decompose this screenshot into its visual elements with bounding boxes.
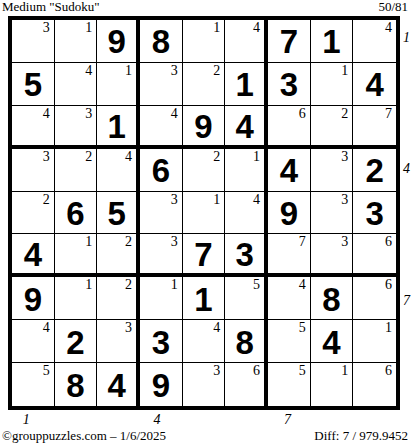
pencil-mark: 7 <box>385 106 392 122</box>
cell-r6c1[interactable]: 4 <box>12 234 55 277</box>
cell-r1c5[interactable]: 1 <box>183 20 226 63</box>
cell-r1c6[interactable]: 4 <box>225 20 268 63</box>
cell-r3c1[interactable]: 4 <box>12 106 55 149</box>
big-digit: 4 <box>365 66 383 101</box>
pencil-mark: 6 <box>385 363 392 379</box>
puzzle-title: Medium "Sudoku" <box>2 0 100 14</box>
big-digit: 3 <box>280 66 298 101</box>
cell-r2c4[interactable]: 3 <box>140 63 183 106</box>
pencil-mark: 1 <box>85 234 92 250</box>
big-digit: 5 <box>107 195 125 230</box>
pencil-mark: 1 <box>341 363 348 379</box>
big-digit: 1 <box>107 108 125 143</box>
col-label-4: 4 <box>153 412 160 428</box>
pencil-mark: 3 <box>171 234 178 250</box>
big-digit: 4 <box>107 367 125 402</box>
cell-r8c2[interactable]: 2 <box>55 320 98 363</box>
cell-r8c7[interactable]: 5 <box>268 320 311 363</box>
pencil-mark: 4 <box>85 63 92 79</box>
progress-counter: 50/81 <box>378 0 408 14</box>
pencil-mark: 1 <box>171 277 178 293</box>
pencil-mark: 1 <box>213 20 220 36</box>
pencil-mark: 4 <box>43 320 50 336</box>
pencil-mark: 7 <box>299 234 306 250</box>
row-label-4: 4 <box>403 161 410 177</box>
cell-r7c6[interactable]: 5 <box>225 277 268 320</box>
cell-r1c1[interactable]: 3 <box>12 20 55 63</box>
pencil-mark: 3 <box>85 106 92 122</box>
cell-r3c3[interactable]: 1 <box>97 106 140 149</box>
big-digit: 2 <box>365 152 383 187</box>
pencil-mark: 4 <box>253 192 260 208</box>
cell-r5c3[interactable]: 5 <box>97 192 140 235</box>
cell-r9c4[interactable]: 9 <box>140 363 183 406</box>
cell-r7c2[interactable]: 1 <box>55 277 98 320</box>
cell-r2c9[interactable]: 4 <box>353 63 396 106</box>
cell-r6c6[interactable]: 3 <box>225 234 268 277</box>
pencil-mark: 4 <box>43 106 50 122</box>
pencil-mark: 2 <box>213 149 220 165</box>
big-digit: 3 <box>365 195 383 230</box>
pencil-mark: 2 <box>213 63 220 79</box>
cell-r4c3[interactable]: 4 <box>97 149 140 192</box>
cell-r2c7[interactable]: 3 <box>268 63 311 106</box>
pencil-mark: 2 <box>85 149 92 165</box>
cell-r8c4[interactable]: 3 <box>140 320 183 363</box>
cell-r3c2[interactable]: 3 <box>55 106 98 149</box>
pencil-mark: 6 <box>385 234 392 250</box>
cell-r5c4[interactable]: 3 <box>140 192 183 235</box>
cell-r6c9[interactable]: 6 <box>353 234 396 277</box>
cell-r8c6[interactable]: 8 <box>225 320 268 363</box>
pencil-mark: 2 <box>125 277 132 293</box>
pencil-mark: 2 <box>125 234 132 250</box>
big-digit: 5 <box>24 66 42 101</box>
cell-r9c8[interactable]: 1 <box>311 363 354 406</box>
cell-r8c8[interactable]: 4 <box>311 320 354 363</box>
cell-r4c4[interactable]: 6 <box>140 149 183 192</box>
col-label-1: 1 <box>23 412 30 428</box>
cell-r5c9[interactable]: 3 <box>353 192 396 235</box>
cell-r9c9[interactable]: 6 <box>353 363 396 406</box>
cell-r2c5[interactable]: 2 <box>183 63 226 106</box>
cell-r5c1[interactable]: 2 <box>12 192 55 235</box>
difficulty-rating: Diff: 7 / 979.9452 <box>314 428 408 443</box>
cell-r9c3[interactable]: 4 <box>97 363 140 406</box>
big-digit: 9 <box>107 23 125 58</box>
big-digit: 2 <box>66 324 84 359</box>
pencil-mark: 2 <box>341 106 348 122</box>
cell-r7c4[interactable]: 1 <box>140 277 183 320</box>
cell-r9c6[interactable]: 6 <box>225 363 268 406</box>
cell-r3c5[interactable]: 9 <box>183 106 226 149</box>
cell-r7c1[interactable]: 9 <box>12 277 55 320</box>
pencil-mark: 4 <box>125 149 132 165</box>
big-digit: 8 <box>152 23 170 58</box>
pencil-mark: 4 <box>385 20 392 36</box>
pencil-mark: 4 <box>253 20 260 36</box>
big-digit: 4 <box>235 108 253 143</box>
cell-r1c3[interactable]: 9 <box>97 20 140 63</box>
cell-r9c2[interactable]: 8 <box>55 363 98 406</box>
cell-r6c5[interactable]: 7 <box>183 234 226 277</box>
cell-r2c2[interactable]: 4 <box>55 63 98 106</box>
cell-r7c3[interactable]: 2 <box>97 277 140 320</box>
pencil-mark: 3 <box>125 320 132 336</box>
big-digit: 9 <box>194 108 212 143</box>
cell-r5c6[interactable]: 4 <box>225 192 268 235</box>
cell-r9c5[interactable]: 3 <box>183 363 226 406</box>
pencil-mark: 3 <box>341 234 348 250</box>
big-digit: 8 <box>322 281 340 316</box>
pencil-mark: 2 <box>43 192 50 208</box>
cell-r3c8[interactable]: 2 <box>311 106 354 149</box>
cell-r8c9[interactable]: 1 <box>353 320 396 363</box>
big-digit: 6 <box>152 152 170 187</box>
cell-r4c1[interactable]: 3 <box>12 149 55 192</box>
big-digit: 9 <box>280 195 298 230</box>
cell-r9c1[interactable]: 5 <box>12 363 55 406</box>
pencil-mark: 6 <box>299 106 306 122</box>
cell-r5c5[interactable]: 1 <box>183 192 226 235</box>
cell-r5c2[interactable]: 6 <box>55 192 98 235</box>
big-digit: 9 <box>24 281 42 316</box>
pencil-mark: 5 <box>43 363 50 379</box>
pencil-mark: 1 <box>253 149 260 165</box>
pencil-mark: 3 <box>43 149 50 165</box>
cell-r4c6[interactable]: 1 <box>225 149 268 192</box>
cell-r1c9[interactable]: 4 <box>353 20 396 63</box>
header: Medium "Sudoku" 50/81 <box>2 0 410 15</box>
col-label-7: 7 <box>284 412 291 428</box>
big-digit: 4 <box>24 236 42 271</box>
cell-r7c8[interactable]: 8 <box>311 277 354 320</box>
cell-r4c9[interactable]: 2 <box>353 149 396 192</box>
cell-r4c5[interactable]: 2 <box>183 149 226 192</box>
cell-r3c6[interactable]: 4 <box>225 106 268 149</box>
pencil-mark: 1 <box>85 20 92 36</box>
big-digit: 8 <box>66 367 84 402</box>
cell-r8c1[interactable]: 4 <box>12 320 55 363</box>
big-digit: 7 <box>280 23 298 58</box>
pencil-mark: 6 <box>385 277 392 293</box>
sudoku-page: Medium "Sudoku" 50/81 319814714541321314… <box>0 0 412 445</box>
pencil-mark: 3 <box>171 192 178 208</box>
big-digit: 1 <box>194 281 212 316</box>
pencil-mark: 4 <box>171 106 178 122</box>
cell-r4c8[interactable]: 3 <box>311 149 354 192</box>
pencil-mark: 3 <box>213 363 220 379</box>
big-digit: 1 <box>322 23 340 58</box>
pencil-mark: 1 <box>213 192 220 208</box>
pencil-mark: 5 <box>299 363 306 379</box>
pencil-mark: 3 <box>43 20 50 36</box>
cell-r5c8[interactable]: 3 <box>311 192 354 235</box>
pencil-mark: 3 <box>341 149 348 165</box>
sudoku-board: 3198147145413213144314946273246214322653… <box>8 16 400 410</box>
cell-r8c3[interactable]: 3 <box>97 320 140 363</box>
pencil-mark: 3 <box>171 63 178 79</box>
cell-r1c2[interactable]: 1 <box>55 20 98 63</box>
cell-r4c7[interactable]: 4 <box>268 149 311 192</box>
pencil-mark: 3 <box>341 192 348 208</box>
cell-r6c8[interactable]: 3 <box>311 234 354 277</box>
pencil-mark: 1 <box>125 63 132 79</box>
cell-r7c5[interactable]: 1 <box>183 277 226 320</box>
copyright-date: ©grouppuzzles.com – 1/6/2025 <box>2 428 166 443</box>
cell-r1c7[interactable]: 7 <box>268 20 311 63</box>
cell-r3c9[interactable]: 7 <box>353 106 396 149</box>
cell-r1c8[interactable]: 1 <box>311 20 354 63</box>
big-digit: 3 <box>152 324 170 359</box>
pencil-mark: 4 <box>213 320 220 336</box>
cell-r3c7[interactable]: 6 <box>268 106 311 149</box>
pencil-mark: 5 <box>253 277 260 293</box>
cell-r2c1[interactable]: 5 <box>12 63 55 106</box>
cell-r6c4[interactable]: 3 <box>140 234 183 277</box>
cell-r6c3[interactable]: 2 <box>97 234 140 277</box>
cell-r8c5[interactable]: 4 <box>183 320 226 363</box>
cell-r5c7[interactable]: 9 <box>268 192 311 235</box>
pencil-mark: 5 <box>299 320 306 336</box>
cell-r1c4[interactable]: 8 <box>140 20 183 63</box>
cell-r6c2[interactable]: 1 <box>55 234 98 277</box>
big-digit: 9 <box>152 367 170 402</box>
big-digit: 8 <box>235 324 253 359</box>
row-label-7: 7 <box>403 293 410 309</box>
pencil-mark: 1 <box>341 63 348 79</box>
big-digit: 3 <box>235 236 253 271</box>
big-digit: 6 <box>66 195 84 230</box>
big-digit: 1 <box>235 66 253 101</box>
cell-r2c3[interactable]: 1 <box>97 63 140 106</box>
cell-r3c4[interactable]: 4 <box>140 106 183 149</box>
cell-r2c8[interactable]: 1 <box>311 63 354 106</box>
cell-r4c2[interactable]: 2 <box>55 149 98 192</box>
cell-r7c9[interactable]: 6 <box>353 277 396 320</box>
cell-r2c6[interactable]: 1 <box>225 63 268 106</box>
pencil-mark: 1 <box>385 320 392 336</box>
cell-r6c7[interactable]: 7 <box>268 234 311 277</box>
cell-r7c7[interactable]: 4 <box>268 277 311 320</box>
footer: ©grouppuzzles.com – 1/6/2025 Diff: 7 / 9… <box>2 428 410 445</box>
pencil-mark: 6 <box>253 363 260 379</box>
big-digit: 7 <box>194 236 212 271</box>
cell-r9c7[interactable]: 5 <box>268 363 311 406</box>
row-label-1: 1 <box>403 30 410 46</box>
pencil-mark: 1 <box>85 277 92 293</box>
big-digit: 4 <box>322 324 340 359</box>
big-digit: 4 <box>280 152 298 187</box>
pencil-mark: 4 <box>299 277 306 293</box>
